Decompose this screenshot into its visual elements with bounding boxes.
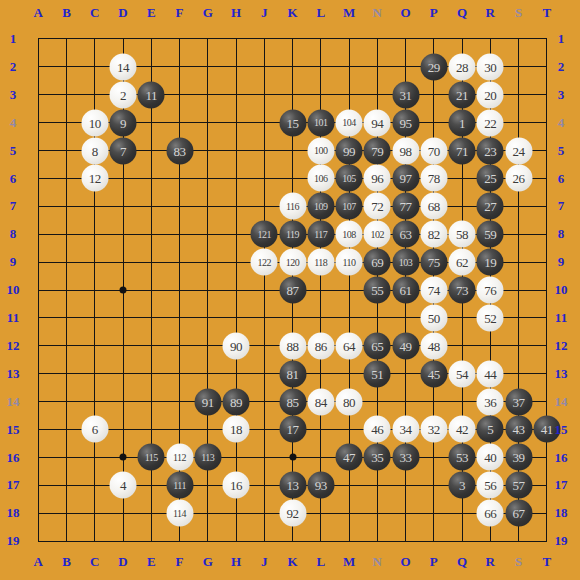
stone-black-55-N10[interactable]: 55 (364, 277, 391, 304)
intersection-C11[interactable] (81, 304, 109, 332)
intersection-A15[interactable] (24, 416, 52, 444)
intersection-P2[interactable]: 29 (420, 53, 448, 81)
intersection-H3[interactable] (222, 81, 250, 109)
intersection-R1[interactable] (476, 25, 504, 53)
intersection-E9[interactable] (137, 248, 165, 276)
stone-white-84-L14[interactable]: 84 (307, 388, 334, 415)
intersection-C19[interactable] (81, 527, 109, 555)
intersection-B9[interactable] (52, 248, 80, 276)
stone-black-63-O8[interactable]: 63 (392, 221, 419, 248)
intersection-D8[interactable] (109, 220, 137, 248)
stone-black-57-S17[interactable]: 57 (505, 472, 532, 499)
stone-white-14-D2[interactable]: 14 (110, 53, 137, 80)
intersection-K9[interactable]: 120 (278, 248, 306, 276)
intersection-H7[interactable] (222, 192, 250, 220)
intersection-A10[interactable] (24, 276, 52, 304)
intersection-F1[interactable] (165, 25, 193, 53)
stone-black-67-S18[interactable]: 67 (505, 500, 532, 527)
intersection-C1[interactable] (81, 25, 109, 53)
intersection-H13[interactable] (222, 360, 250, 388)
intersection-E17[interactable] (137, 471, 165, 499)
intersection-J15[interactable] (250, 416, 278, 444)
intersection-D2[interactable]: 14 (109, 53, 137, 81)
stone-black-113-G16[interactable]: 113 (194, 444, 221, 471)
stone-black-91-G14[interactable]: 91 (194, 388, 221, 415)
intersection-M10[interactable] (335, 276, 363, 304)
intersection-A14[interactable] (24, 388, 52, 416)
stone-white-44-R13[interactable]: 44 (477, 360, 504, 387)
intersection-Q11[interactable] (448, 304, 476, 332)
stone-white-86-L12[interactable]: 86 (307, 332, 334, 359)
stone-white-26-S6[interactable]: 26 (505, 165, 532, 192)
intersection-B14[interactable] (52, 388, 80, 416)
intersection-Q19[interactable] (448, 527, 476, 555)
intersection-C10[interactable] (81, 276, 109, 304)
intersection-Q9[interactable]: 62 (448, 248, 476, 276)
stone-black-115-E16[interactable]: 115 (138, 444, 165, 471)
intersection-J14[interactable] (250, 388, 278, 416)
intersection-L16[interactable] (307, 443, 335, 471)
stone-black-21-Q3[interactable]: 21 (449, 81, 476, 108)
intersection-L9[interactable]: 118 (307, 248, 335, 276)
intersection-F15[interactable] (165, 416, 193, 444)
intersection-A6[interactable] (24, 165, 52, 193)
intersection-L19[interactable] (307, 527, 335, 555)
intersection-B19[interactable] (52, 527, 80, 555)
stone-black-81-K13[interactable]: 81 (279, 360, 306, 387)
intersection-O8[interactable]: 63 (391, 220, 419, 248)
intersection-F14[interactable] (165, 388, 193, 416)
intersection-K19[interactable] (278, 527, 306, 555)
intersection-G16[interactable]: 113 (194, 443, 222, 471)
intersection-N17[interactable] (363, 471, 391, 499)
intersection-K15[interactable]: 17 (278, 416, 306, 444)
intersection-G19[interactable] (194, 527, 222, 555)
intersection-J19[interactable] (250, 527, 278, 555)
intersection-R18[interactable]: 66 (476, 499, 504, 527)
intersection-S11[interactable] (504, 304, 532, 332)
intersection-C4[interactable]: 10 (81, 109, 109, 137)
intersection-M19[interactable] (335, 527, 363, 555)
intersection-K7[interactable]: 116 (278, 192, 306, 220)
intersection-P15[interactable]: 32 (420, 416, 448, 444)
intersection-G10[interactable] (194, 276, 222, 304)
intersection-E5[interactable] (137, 137, 165, 165)
intersection-M17[interactable] (335, 471, 363, 499)
intersection-R9[interactable]: 19 (476, 248, 504, 276)
intersection-M12[interactable]: 64 (335, 332, 363, 360)
intersection-C16[interactable] (81, 443, 109, 471)
intersection-G15[interactable] (194, 416, 222, 444)
intersection-P19[interactable] (420, 527, 448, 555)
intersection-K14[interactable]: 85 (278, 388, 306, 416)
intersection-E2[interactable] (137, 53, 165, 81)
intersection-R17[interactable]: 56 (476, 471, 504, 499)
intersection-N3[interactable] (363, 81, 391, 109)
intersection-E14[interactable] (137, 388, 165, 416)
intersection-B17[interactable] (52, 471, 80, 499)
intersection-Q17[interactable]: 3 (448, 471, 476, 499)
intersection-N7[interactable]: 72 (363, 192, 391, 220)
intersection-L6[interactable]: 106 (307, 165, 335, 193)
stone-white-20-R3[interactable]: 20 (477, 81, 504, 108)
intersection-T7[interactable] (533, 192, 561, 220)
stone-black-109-L7[interactable]: 109 (307, 193, 334, 220)
intersection-S6[interactable]: 26 (504, 165, 532, 193)
intersection-M3[interactable] (335, 81, 363, 109)
intersection-J17[interactable] (250, 471, 278, 499)
intersection-H5[interactable] (222, 137, 250, 165)
intersection-O13[interactable] (391, 360, 419, 388)
intersection-G6[interactable] (194, 165, 222, 193)
stone-white-2-D3[interactable]: 2 (110, 81, 137, 108)
stone-white-56-R17[interactable]: 56 (477, 472, 504, 499)
intersection-T4[interactable] (533, 109, 561, 137)
intersection-D7[interactable] (109, 192, 137, 220)
intersection-B15[interactable] (52, 416, 80, 444)
stone-white-4-D17[interactable]: 4 (110, 472, 137, 499)
intersection-E13[interactable] (137, 360, 165, 388)
intersection-P11[interactable]: 50 (420, 304, 448, 332)
intersection-G9[interactable] (194, 248, 222, 276)
intersection-E6[interactable] (137, 165, 165, 193)
stone-black-87-K10[interactable]: 87 (279, 277, 306, 304)
stone-black-89-H14[interactable]: 89 (223, 388, 250, 415)
stone-white-6-C15[interactable]: 6 (81, 416, 108, 443)
intersection-G5[interactable] (194, 137, 222, 165)
intersection-G7[interactable] (194, 192, 222, 220)
intersection-N2[interactable] (363, 53, 391, 81)
intersection-F5[interactable]: 83 (165, 137, 193, 165)
intersection-G4[interactable] (194, 109, 222, 137)
stone-white-112-F16[interactable]: 112 (166, 444, 193, 471)
intersection-L13[interactable] (307, 360, 335, 388)
intersection-H16[interactable] (222, 443, 250, 471)
intersection-R7[interactable]: 27 (476, 192, 504, 220)
stone-black-39-S16[interactable]: 39 (505, 444, 532, 471)
intersection-R4[interactable]: 22 (476, 109, 504, 137)
intersection-G12[interactable] (194, 332, 222, 360)
intersection-F13[interactable] (165, 360, 193, 388)
intersection-F8[interactable] (165, 220, 193, 248)
intersection-F17[interactable]: 111 (165, 471, 193, 499)
stone-black-33-O16[interactable]: 33 (392, 444, 419, 471)
stone-black-103-O9[interactable]: 103 (392, 249, 419, 276)
intersection-T2[interactable] (533, 53, 561, 81)
intersection-H18[interactable] (222, 499, 250, 527)
stone-white-68-P7[interactable]: 68 (420, 193, 447, 220)
intersection-K3[interactable] (278, 81, 306, 109)
intersection-R8[interactable]: 59 (476, 220, 504, 248)
intersection-Q14[interactable] (448, 388, 476, 416)
stone-black-99-M5[interactable]: 99 (336, 137, 363, 164)
stone-white-48-P12[interactable]: 48 (420, 332, 447, 359)
stone-white-40-R16[interactable]: 40 (477, 444, 504, 471)
intersection-J11[interactable] (250, 304, 278, 332)
intersection-B10[interactable] (52, 276, 80, 304)
intersection-R19[interactable] (476, 527, 504, 555)
stone-white-50-P11[interactable]: 50 (420, 304, 447, 331)
intersection-E19[interactable] (137, 527, 165, 555)
intersection-T5[interactable] (533, 137, 561, 165)
intersection-N13[interactable]: 51 (363, 360, 391, 388)
intersection-F10[interactable] (165, 276, 193, 304)
intersection-G17[interactable] (194, 471, 222, 499)
intersection-T8[interactable] (533, 220, 561, 248)
intersection-O14[interactable] (391, 388, 419, 416)
intersection-E11[interactable] (137, 304, 165, 332)
stone-white-58-Q8[interactable]: 58 (449, 221, 476, 248)
intersection-N11[interactable] (363, 304, 391, 332)
intersection-F3[interactable] (165, 81, 193, 109)
intersection-F18[interactable]: 114 (165, 499, 193, 527)
intersection-G2[interactable] (194, 53, 222, 81)
intersection-C14[interactable] (81, 388, 109, 416)
intersection-C9[interactable] (81, 248, 109, 276)
intersection-O18[interactable] (391, 499, 419, 527)
intersection-P13[interactable]: 45 (420, 360, 448, 388)
intersection-Q2[interactable]: 28 (448, 53, 476, 81)
intersection-C5[interactable]: 8 (81, 137, 109, 165)
stone-black-71-Q5[interactable]: 71 (449, 137, 476, 164)
intersection-O15[interactable]: 34 (391, 416, 419, 444)
intersection-Q12[interactable] (448, 332, 476, 360)
stone-white-118-L9[interactable]: 118 (307, 249, 334, 276)
intersection-S16[interactable]: 39 (504, 443, 532, 471)
intersection-F16[interactable]: 112 (165, 443, 193, 471)
intersection-P12[interactable]: 48 (420, 332, 448, 360)
intersection-H19[interactable] (222, 527, 250, 555)
intersection-S14[interactable]: 37 (504, 388, 532, 416)
stone-white-108-M8[interactable]: 108 (336, 221, 363, 248)
intersection-L11[interactable] (307, 304, 335, 332)
intersection-J12[interactable] (250, 332, 278, 360)
intersection-A3[interactable] (24, 81, 52, 109)
intersection-C15[interactable]: 6 (81, 416, 109, 444)
stone-black-51-N13[interactable]: 51 (364, 360, 391, 387)
stone-white-46-N15[interactable]: 46 (364, 416, 391, 443)
intersection-M16[interactable]: 47 (335, 443, 363, 471)
intersection-L10[interactable] (307, 276, 335, 304)
stone-white-114-F18[interactable]: 114 (166, 500, 193, 527)
stone-black-29-P2[interactable]: 29 (420, 53, 447, 80)
intersection-N10[interactable]: 55 (363, 276, 391, 304)
intersection-H9[interactable] (222, 248, 250, 276)
intersection-C18[interactable] (81, 499, 109, 527)
intersection-F6[interactable] (165, 165, 193, 193)
intersection-M14[interactable]: 80 (335, 388, 363, 416)
stone-white-78-P6[interactable]: 78 (420, 165, 447, 192)
intersection-C7[interactable] (81, 192, 109, 220)
intersection-P1[interactable] (420, 25, 448, 53)
intersection-Q16[interactable]: 53 (448, 443, 476, 471)
stone-black-119-K8[interactable]: 119 (279, 221, 306, 248)
stone-black-69-N9[interactable]: 69 (364, 249, 391, 276)
intersection-S8[interactable] (504, 220, 532, 248)
intersection-C2[interactable] (81, 53, 109, 81)
intersection-Q3[interactable]: 21 (448, 81, 476, 109)
intersection-P9[interactable]: 75 (420, 248, 448, 276)
intersection-E7[interactable] (137, 192, 165, 220)
intersection-O16[interactable]: 33 (391, 443, 419, 471)
intersection-J2[interactable] (250, 53, 278, 81)
stone-black-61-O10[interactable]: 61 (392, 277, 419, 304)
stone-black-85-K14[interactable]: 85 (279, 388, 306, 415)
stone-white-36-R14[interactable]: 36 (477, 388, 504, 415)
intersection-P18[interactable] (420, 499, 448, 527)
intersection-M5[interactable]: 99 (335, 137, 363, 165)
stone-white-12-C6[interactable]: 12 (81, 165, 108, 192)
intersection-N12[interactable]: 65 (363, 332, 391, 360)
stone-white-62-Q9[interactable]: 62 (449, 249, 476, 276)
intersection-L7[interactable]: 109 (307, 192, 335, 220)
stone-white-106-L6[interactable]: 106 (307, 165, 334, 192)
intersection-J16[interactable] (250, 443, 278, 471)
intersection-S12[interactable] (504, 332, 532, 360)
intersection-S4[interactable] (504, 109, 532, 137)
intersection-F9[interactable] (165, 248, 193, 276)
stone-black-13-K17[interactable]: 13 (279, 472, 306, 499)
intersection-K10[interactable]: 87 (278, 276, 306, 304)
intersection-A16[interactable] (24, 443, 52, 471)
stone-white-80-M14[interactable]: 80 (336, 388, 363, 415)
intersection-K13[interactable]: 81 (278, 360, 306, 388)
intersection-M6[interactable]: 105 (335, 165, 363, 193)
intersection-B3[interactable] (52, 81, 80, 109)
intersection-R5[interactable]: 23 (476, 137, 504, 165)
intersection-S9[interactable] (504, 248, 532, 276)
intersection-D9[interactable] (109, 248, 137, 276)
intersection-O3[interactable]: 31 (391, 81, 419, 109)
intersection-H15[interactable]: 18 (222, 416, 250, 444)
stone-black-75-P9[interactable]: 75 (420, 249, 447, 276)
intersection-R14[interactable]: 36 (476, 388, 504, 416)
intersection-T1[interactable] (533, 25, 561, 53)
stone-black-9-D4[interactable]: 9 (110, 109, 137, 136)
intersection-G11[interactable] (194, 304, 222, 332)
intersection-J9[interactable]: 122 (250, 248, 278, 276)
intersection-S5[interactable]: 24 (504, 137, 532, 165)
stone-white-76-R10[interactable]: 76 (477, 277, 504, 304)
intersection-S10[interactable] (504, 276, 532, 304)
stone-white-92-K18[interactable]: 92 (279, 500, 306, 527)
intersection-S3[interactable] (504, 81, 532, 109)
intersection-E16[interactable]: 115 (137, 443, 165, 471)
intersection-A2[interactable] (24, 53, 52, 81)
intersection-K2[interactable] (278, 53, 306, 81)
stone-white-34-O15[interactable]: 34 (392, 416, 419, 443)
intersection-N14[interactable] (363, 388, 391, 416)
stone-black-97-O6[interactable]: 97 (392, 165, 419, 192)
stone-white-72-N7[interactable]: 72 (364, 193, 391, 220)
stone-white-82-P8[interactable]: 82 (420, 221, 447, 248)
intersection-Q18[interactable] (448, 499, 476, 527)
intersection-P14[interactable] (420, 388, 448, 416)
intersection-D14[interactable] (109, 388, 137, 416)
intersection-Q10[interactable]: 73 (448, 276, 476, 304)
intersection-Q5[interactable]: 71 (448, 137, 476, 165)
stone-black-11-E3[interactable]: 11 (138, 81, 165, 108)
intersection-P6[interactable]: 78 (420, 165, 448, 193)
intersection-K16[interactable] (278, 443, 306, 471)
intersection-H4[interactable] (222, 109, 250, 137)
stone-white-100-L5[interactable]: 100 (307, 137, 334, 164)
intersection-D10[interactable] (109, 276, 137, 304)
intersection-A19[interactable] (24, 527, 52, 555)
stone-black-117-L8[interactable]: 117 (307, 221, 334, 248)
intersection-A1[interactable] (24, 25, 52, 53)
intersection-K6[interactable] (278, 165, 306, 193)
intersection-A5[interactable] (24, 137, 52, 165)
intersection-P5[interactable]: 70 (420, 137, 448, 165)
intersection-O7[interactable]: 77 (391, 192, 419, 220)
intersection-C8[interactable] (81, 220, 109, 248)
intersection-K5[interactable] (278, 137, 306, 165)
intersection-A8[interactable] (24, 220, 52, 248)
intersection-D5[interactable]: 7 (109, 137, 137, 165)
intersection-O5[interactable]: 98 (391, 137, 419, 165)
stone-black-3-Q17[interactable]: 3 (449, 472, 476, 499)
stone-white-90-H12[interactable]: 90 (223, 332, 250, 359)
intersection-G13[interactable] (194, 360, 222, 388)
intersection-S1[interactable] (504, 25, 532, 53)
stone-black-77-O7[interactable]: 77 (392, 193, 419, 220)
intersection-Q4[interactable]: 1 (448, 109, 476, 137)
intersection-L18[interactable] (307, 499, 335, 527)
intersection-Q7[interactable] (448, 192, 476, 220)
stone-black-37-S14[interactable]: 37 (505, 388, 532, 415)
intersection-O19[interactable] (391, 527, 419, 555)
intersection-Q13[interactable]: 54 (448, 360, 476, 388)
intersection-H2[interactable] (222, 53, 250, 81)
intersection-P7[interactable]: 68 (420, 192, 448, 220)
intersection-S17[interactable]: 57 (504, 471, 532, 499)
stone-white-10-C4[interactable]: 10 (81, 109, 108, 136)
stone-white-42-Q15[interactable]: 42 (449, 416, 476, 443)
intersection-F4[interactable] (165, 109, 193, 137)
intersection-J5[interactable] (250, 137, 278, 165)
intersection-G3[interactable] (194, 81, 222, 109)
intersection-D18[interactable] (109, 499, 137, 527)
stone-black-17-K15[interactable]: 17 (279, 416, 306, 443)
intersection-N16[interactable]: 35 (363, 443, 391, 471)
stone-white-102-N8[interactable]: 102 (364, 221, 391, 248)
stone-black-93-L17[interactable]: 93 (307, 472, 334, 499)
stone-white-8-C5[interactable]: 8 (81, 137, 108, 164)
intersection-B18[interactable] (52, 499, 80, 527)
intersection-A9[interactable] (24, 248, 52, 276)
intersection-L2[interactable] (307, 53, 335, 81)
intersection-H14[interactable]: 89 (222, 388, 250, 416)
intersection-F7[interactable] (165, 192, 193, 220)
stone-white-24-S5[interactable]: 24 (505, 137, 532, 164)
stone-white-64-M12[interactable]: 64 (336, 332, 363, 359)
intersection-B2[interactable] (52, 53, 80, 81)
intersection-L17[interactable]: 93 (307, 471, 335, 499)
stone-white-88-K12[interactable]: 88 (279, 332, 306, 359)
intersection-G1[interactable] (194, 25, 222, 53)
intersection-D13[interactable] (109, 360, 137, 388)
intersection-B8[interactable] (52, 220, 80, 248)
intersection-N1[interactable] (363, 25, 391, 53)
intersection-E12[interactable] (137, 332, 165, 360)
intersection-R11[interactable]: 52 (476, 304, 504, 332)
intersection-E15[interactable] (137, 416, 165, 444)
intersection-A18[interactable] (24, 499, 52, 527)
stone-black-95-O4[interactable]: 95 (392, 109, 419, 136)
intersection-N5[interactable]: 79 (363, 137, 391, 165)
intersection-A11[interactable] (24, 304, 52, 332)
